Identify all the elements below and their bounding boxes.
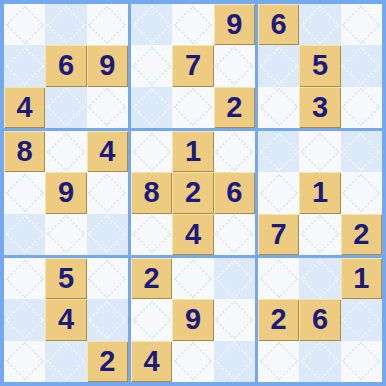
diamond-icon bbox=[88, 88, 128, 128]
cell-value: 2 bbox=[271, 305, 287, 334]
cell-value: 7 bbox=[271, 220, 287, 249]
diamond-icon bbox=[173, 342, 213, 382]
diamond-icon bbox=[215, 259, 255, 299]
cell-value: 4 bbox=[17, 93, 33, 122]
diamond-icon bbox=[46, 5, 86, 45]
cell-value: 3 bbox=[312, 93, 328, 122]
cell-r2c6[interactable] bbox=[214, 45, 255, 86]
diamond-icon bbox=[173, 88, 213, 128]
cell-r4c3: 4 bbox=[87, 131, 128, 172]
cell-r7c2: 5 bbox=[45, 258, 86, 299]
diamond-icon bbox=[342, 173, 382, 213]
cell-value: 2 bbox=[99, 347, 115, 376]
diamond-icon bbox=[132, 46, 172, 86]
diamond-icon bbox=[88, 5, 128, 45]
diamond-icon bbox=[259, 46, 299, 86]
cell-r9c1[interactable] bbox=[4, 341, 45, 382]
cell-r3c2[interactable] bbox=[45, 87, 86, 128]
diamond-icon bbox=[215, 46, 255, 86]
diamond-icon bbox=[88, 173, 128, 213]
diamond-icon bbox=[5, 173, 45, 213]
box-1: 694 bbox=[4, 4, 128, 128]
cell-r9c2[interactable] bbox=[45, 341, 86, 382]
cell-r5c5: 2 bbox=[172, 172, 213, 213]
cell-r4c1: 8 bbox=[4, 131, 45, 172]
cell-r7c4: 2 bbox=[131, 258, 172, 299]
diamond-icon bbox=[5, 46, 45, 86]
cell-r4c9[interactable] bbox=[341, 131, 382, 172]
diamond-icon bbox=[132, 132, 172, 172]
cell-r9c5[interactable] bbox=[172, 341, 213, 382]
cell-value: 1 bbox=[185, 137, 201, 166]
cell-r4c7[interactable] bbox=[258, 131, 299, 172]
diamond-icon bbox=[173, 259, 213, 299]
cell-value: 5 bbox=[312, 51, 328, 80]
cell-r6c9: 2 bbox=[341, 214, 382, 255]
cell-value: 8 bbox=[144, 178, 160, 207]
cell-r3c6: 2 bbox=[214, 87, 255, 128]
box-3: 653 bbox=[258, 4, 382, 128]
diamond-icon bbox=[132, 5, 172, 45]
cell-r2c1[interactable] bbox=[4, 45, 45, 86]
diamond-icon bbox=[342, 300, 382, 340]
diamond-icon bbox=[342, 132, 382, 172]
diamond-icon bbox=[46, 132, 86, 172]
cell-value: 4 bbox=[144, 347, 160, 376]
box-9: 126 bbox=[258, 258, 382, 382]
cell-r5c6: 6 bbox=[214, 172, 255, 213]
cell-r2c8: 5 bbox=[299, 45, 340, 86]
cell-r7c3[interactable] bbox=[87, 258, 128, 299]
box-7: 542 bbox=[4, 258, 128, 382]
cell-r6c2[interactable] bbox=[45, 214, 86, 255]
cell-value: 2 bbox=[144, 264, 160, 293]
cell-r1c7: 6 bbox=[258, 4, 299, 45]
cell-value: 9 bbox=[185, 305, 201, 334]
cell-r3c5[interactable] bbox=[172, 87, 213, 128]
diamond-icon bbox=[88, 259, 128, 299]
diamond-icon bbox=[259, 173, 299, 213]
cell-value: 2 bbox=[185, 178, 201, 207]
cell-r8c9[interactable] bbox=[341, 299, 382, 340]
diamond-icon bbox=[342, 46, 382, 86]
cell-value: 2 bbox=[226, 93, 242, 122]
cell-r7c5[interactable] bbox=[172, 258, 213, 299]
cell-r8c2: 4 bbox=[45, 299, 86, 340]
cell-r9c7[interactable] bbox=[258, 341, 299, 382]
diamond-icon bbox=[259, 259, 299, 299]
box-6: 172 bbox=[258, 131, 382, 255]
diamond-icon bbox=[300, 5, 340, 45]
cell-r3c8: 3 bbox=[299, 87, 340, 128]
cell-r6c4[interactable] bbox=[131, 214, 172, 255]
cell-r8c3[interactable] bbox=[87, 299, 128, 340]
diamond-icon bbox=[132, 300, 172, 340]
cell-value: 9 bbox=[99, 51, 115, 80]
cell-r1c3[interactable] bbox=[87, 4, 128, 45]
cell-r8c1[interactable] bbox=[4, 299, 45, 340]
box-8: 294 bbox=[131, 258, 255, 382]
cell-r2c9[interactable] bbox=[341, 45, 382, 86]
cell-r2c5: 7 bbox=[172, 45, 213, 86]
diamond-icon bbox=[5, 5, 45, 45]
cell-value: 6 bbox=[58, 51, 74, 80]
cell-r9c6[interactable] bbox=[214, 341, 255, 382]
diamond-icon bbox=[215, 215, 255, 255]
cell-value: 4 bbox=[99, 137, 115, 166]
cell-r9c3: 2 bbox=[87, 341, 128, 382]
cell-r1c1[interactable] bbox=[4, 4, 45, 45]
diamond-icon bbox=[215, 342, 255, 382]
diamond-icon bbox=[342, 342, 382, 382]
cell-r5c1[interactable] bbox=[4, 172, 45, 213]
cell-r6c1[interactable] bbox=[4, 214, 45, 255]
cell-r1c5[interactable] bbox=[172, 4, 213, 45]
cell-r1c4[interactable] bbox=[131, 4, 172, 45]
cell-value: 9 bbox=[226, 10, 242, 39]
cell-r1c8[interactable] bbox=[299, 4, 340, 45]
diamond-icon bbox=[342, 5, 382, 45]
cell-r7c8[interactable] bbox=[299, 258, 340, 299]
cell-value: 6 bbox=[312, 305, 328, 334]
cell-r6c5: 4 bbox=[172, 214, 213, 255]
cell-r7c1[interactable] bbox=[4, 258, 45, 299]
diamond-icon bbox=[5, 342, 45, 382]
cell-r6c3[interactable] bbox=[87, 214, 128, 255]
cell-value: 1 bbox=[312, 178, 328, 207]
cell-value: 1 bbox=[353, 264, 369, 293]
cell-r8c7: 2 bbox=[258, 299, 299, 340]
diamond-icon bbox=[46, 88, 86, 128]
diamond-icon bbox=[5, 215, 45, 255]
diamond-icon bbox=[46, 215, 86, 255]
cell-value: 6 bbox=[226, 178, 242, 207]
cell-r4c8[interactable] bbox=[299, 131, 340, 172]
cell-value: 5 bbox=[58, 264, 74, 293]
cell-r8c4[interactable] bbox=[131, 299, 172, 340]
diamond-icon bbox=[5, 259, 45, 299]
cell-value: 8 bbox=[17, 137, 33, 166]
cell-r5c7[interactable] bbox=[258, 172, 299, 213]
cell-value: 4 bbox=[58, 305, 74, 334]
cell-value: 9 bbox=[58, 178, 74, 207]
cell-r5c4: 8 bbox=[131, 172, 172, 213]
cell-r3c9[interactable] bbox=[341, 87, 382, 128]
cell-r2c4[interactable] bbox=[131, 45, 172, 86]
cell-r3c4[interactable] bbox=[131, 87, 172, 128]
diamond-icon bbox=[300, 215, 340, 255]
box-4: 849 bbox=[4, 131, 128, 255]
cell-r3c1: 4 bbox=[4, 87, 45, 128]
box-5: 18264 bbox=[131, 131, 255, 255]
cell-r6c8[interactable] bbox=[299, 214, 340, 255]
cell-value: 4 bbox=[185, 220, 201, 249]
cell-r1c6: 9 bbox=[214, 4, 255, 45]
diamond-icon bbox=[300, 132, 340, 172]
diamond-icon bbox=[259, 132, 299, 172]
cell-r4c6[interactable] bbox=[214, 131, 255, 172]
cell-r5c8: 1 bbox=[299, 172, 340, 213]
diamond-icon bbox=[88, 215, 128, 255]
diamond-icon bbox=[259, 88, 299, 128]
cell-r5c9[interactable] bbox=[341, 172, 382, 213]
cell-r3c3[interactable] bbox=[87, 87, 128, 128]
cell-r9c9[interactable] bbox=[341, 341, 382, 382]
cell-r8c8: 6 bbox=[299, 299, 340, 340]
cell-r7c6[interactable] bbox=[214, 258, 255, 299]
diamond-icon bbox=[215, 132, 255, 172]
cell-r1c2[interactable] bbox=[45, 4, 86, 45]
cell-r6c6[interactable] bbox=[214, 214, 255, 255]
cell-r9c4: 4 bbox=[131, 341, 172, 382]
cell-r9c8[interactable] bbox=[299, 341, 340, 382]
sudoku-board: 69497265384918264172542294126 bbox=[0, 0, 386, 386]
cell-value: 7 bbox=[185, 51, 201, 80]
cell-r7c7[interactable] bbox=[258, 258, 299, 299]
cell-r8c5: 9 bbox=[172, 299, 213, 340]
cell-r3c7[interactable] bbox=[258, 87, 299, 128]
diamond-icon bbox=[342, 88, 382, 128]
diamond-icon bbox=[300, 259, 340, 299]
cell-value: 6 bbox=[271, 10, 287, 39]
cell-r1c9[interactable] bbox=[341, 4, 382, 45]
cell-r2c2: 6 bbox=[45, 45, 86, 86]
diamond-icon bbox=[300, 342, 340, 382]
cell-value: 2 bbox=[353, 220, 369, 249]
cell-r5c3[interactable] bbox=[87, 172, 128, 213]
cell-r2c7[interactable] bbox=[258, 45, 299, 86]
cell-r4c5: 1 bbox=[172, 131, 213, 172]
diamond-icon bbox=[88, 300, 128, 340]
box-2: 972 bbox=[131, 4, 255, 128]
diamond-icon bbox=[173, 5, 213, 45]
diamond-icon bbox=[5, 300, 45, 340]
cell-r4c4[interactable] bbox=[131, 131, 172, 172]
diamond-icon bbox=[259, 342, 299, 382]
diamond-icon bbox=[132, 88, 172, 128]
diamond-icon bbox=[46, 342, 86, 382]
diamond-icon bbox=[132, 215, 172, 255]
diamond-icon bbox=[215, 300, 255, 340]
cell-r8c6[interactable] bbox=[214, 299, 255, 340]
cell-r5c2: 9 bbox=[45, 172, 86, 213]
cell-r4c2[interactable] bbox=[45, 131, 86, 172]
cell-r7c9: 1 bbox=[341, 258, 382, 299]
cell-r2c3: 9 bbox=[87, 45, 128, 86]
cell-r6c7: 7 bbox=[258, 214, 299, 255]
